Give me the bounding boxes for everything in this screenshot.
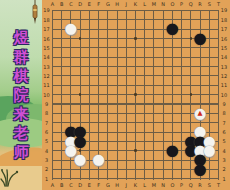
board-cell-F11[interactable] <box>94 81 103 90</box>
board-cell-S12[interactable] <box>205 71 214 80</box>
board-cell-E6[interactable] <box>85 127 94 136</box>
board-cell-E10[interactable] <box>85 90 94 99</box>
board-cell-H10[interactable] <box>112 90 121 99</box>
board-cell-P9[interactable] <box>177 99 186 108</box>
board-cell-B13[interactable] <box>57 62 66 71</box>
board-cell-K12[interactable] <box>131 71 140 80</box>
board-cell-O19[interactable] <box>168 6 177 15</box>
board-cell-L3[interactable] <box>140 155 149 164</box>
board-cell-A2[interactable] <box>48 165 57 174</box>
board-cell-R18[interactable] <box>195 15 204 24</box>
board-cell-F16[interactable] <box>94 34 103 43</box>
board-cell-J8[interactable] <box>122 109 131 118</box>
board-cell-B3[interactable] <box>57 155 66 164</box>
board-cell-A12[interactable] <box>48 71 57 80</box>
board-cell-F18[interactable] <box>94 15 103 24</box>
board-cell-R16[interactable]: ● <box>195 34 204 43</box>
board-cell-M4[interactable] <box>149 146 158 155</box>
board-cell-G12[interactable] <box>103 71 112 80</box>
board-cell-L11[interactable] <box>140 81 149 90</box>
board-cell-E8[interactable] <box>85 109 94 118</box>
board-cell-G11[interactable] <box>103 81 112 90</box>
board-cell-R12[interactable] <box>195 71 204 80</box>
board-cell-L9[interactable] <box>140 99 149 108</box>
board-cell-J19[interactable] <box>122 6 131 15</box>
board-cell-H2[interactable] <box>112 165 121 174</box>
board-cell-J16[interactable] <box>122 34 131 43</box>
board-cell-L18[interactable] <box>140 15 149 24</box>
board-cell-M12[interactable] <box>149 71 158 80</box>
board-cell-O16[interactable] <box>168 34 177 43</box>
board-cell-D11[interactable] <box>76 81 85 90</box>
board-cell-A14[interactable] <box>48 53 57 62</box>
board-cell-M14[interactable] <box>149 53 158 62</box>
board-cell-H16[interactable] <box>112 34 121 43</box>
board-cell-R14[interactable] <box>195 53 204 62</box>
board-cell-G8[interactable] <box>103 109 112 118</box>
board-cell-G14[interactable] <box>103 53 112 62</box>
board-cell-M9[interactable] <box>149 99 158 108</box>
board-cell-K15[interactable] <box>131 43 140 52</box>
board-cell-E19[interactable] <box>85 6 94 15</box>
board-cell-M2[interactable] <box>149 165 158 174</box>
board-cell-O3[interactable] <box>168 155 177 164</box>
board-cell-H19[interactable] <box>112 6 121 15</box>
board-cell-F10[interactable] <box>94 90 103 99</box>
board-cell-H8[interactable] <box>112 109 121 118</box>
board-cell-O8[interactable] <box>168 109 177 118</box>
board-cell-C16[interactable] <box>66 34 75 43</box>
board-cell-E15[interactable] <box>85 43 94 52</box>
board-cell-K18[interactable] <box>131 15 140 24</box>
board-cell-N15[interactable] <box>159 43 168 52</box>
board-cell-M10[interactable] <box>149 90 158 99</box>
board-cell-A3[interactable] <box>48 155 57 164</box>
board-cell-K13[interactable] <box>131 62 140 71</box>
board-cell-C14[interactable] <box>66 53 75 62</box>
board-cell-F7[interactable] <box>94 118 103 127</box>
board-cell-F17[interactable] <box>94 24 103 33</box>
board-cell-F14[interactable] <box>94 53 103 62</box>
board-cell-A8[interactable] <box>48 109 57 118</box>
board-cell-J17[interactable] <box>122 24 131 33</box>
board-cell-N10[interactable] <box>159 90 168 99</box>
board-cell-J13[interactable] <box>122 62 131 71</box>
board-cell-Q18[interactable] <box>186 15 195 24</box>
board-cell-A18[interactable] <box>48 15 57 24</box>
board-cell-F3[interactable]: ● <box>94 155 103 164</box>
board-cell-M11[interactable] <box>149 81 158 90</box>
board-cell-O7[interactable] <box>168 118 177 127</box>
board-cell-T13[interactable] <box>214 62 223 71</box>
board-cell-N12[interactable] <box>159 71 168 80</box>
board-cell-T12[interactable] <box>214 71 223 80</box>
board-cell-P14[interactable] <box>177 53 186 62</box>
board-cell-L14[interactable] <box>140 53 149 62</box>
board-cell-O6[interactable] <box>168 127 177 136</box>
board-cell-M18[interactable] <box>149 15 158 24</box>
board-cell-L12[interactable] <box>140 71 149 80</box>
board-cell-J11[interactable] <box>122 81 131 90</box>
board-cell-T16[interactable] <box>214 34 223 43</box>
board-cell-L5[interactable] <box>140 137 149 146</box>
board-cell-F5[interactable] <box>94 137 103 146</box>
board-cell-O9[interactable] <box>168 99 177 108</box>
board-cell-H1[interactable] <box>112 174 121 183</box>
board-cell-O12[interactable] <box>168 71 177 80</box>
board-cell-J7[interactable] <box>122 118 131 127</box>
board-cell-C10[interactable] <box>66 90 75 99</box>
board-cell-P8[interactable] <box>177 109 186 118</box>
board-cell-O2[interactable] <box>168 165 177 174</box>
board-cell-E2[interactable] <box>85 165 94 174</box>
board-cell-B12[interactable] <box>57 71 66 80</box>
board-cell-N16[interactable] <box>159 34 168 43</box>
board-cell-F9[interactable] <box>94 99 103 108</box>
board-cell-L8[interactable] <box>140 109 149 118</box>
board-cell-Q13[interactable] <box>186 62 195 71</box>
board-cell-A15[interactable] <box>48 43 57 52</box>
board-cell-D13[interactable] <box>76 62 85 71</box>
board-cell-J6[interactable] <box>122 127 131 136</box>
board-cell-K3[interactable] <box>131 155 140 164</box>
board-cell-O1[interactable] <box>168 174 177 183</box>
board-cell-D2[interactable] <box>76 165 85 174</box>
board-cell-S14[interactable] <box>205 53 214 62</box>
board-cell-B2[interactable] <box>57 165 66 174</box>
board-cell-G7[interactable] <box>103 118 112 127</box>
board-cell-J18[interactable] <box>122 15 131 24</box>
board-cell-T15[interactable] <box>214 43 223 52</box>
board-cell-S19[interactable] <box>205 6 214 15</box>
board-cell-N3[interactable] <box>159 155 168 164</box>
board-cell-K2[interactable] <box>131 165 140 174</box>
board-cell-T2[interactable] <box>214 165 223 174</box>
board-cell-E1[interactable] <box>85 174 94 183</box>
board-cell-F2[interactable] <box>94 165 103 174</box>
board-cell-S16[interactable] <box>205 34 214 43</box>
board-cell-M19[interactable] <box>149 6 158 15</box>
board-cell-B8[interactable] <box>57 109 66 118</box>
board-cell-B1[interactable] <box>57 174 66 183</box>
board-cell-T7[interactable] <box>214 118 223 127</box>
board-cell-Q12[interactable] <box>186 71 195 80</box>
board-cell-N13[interactable] <box>159 62 168 71</box>
board-cell-T1[interactable] <box>214 174 223 183</box>
board-cell-E7[interactable] <box>85 118 94 127</box>
board-cell-R15[interactable] <box>195 43 204 52</box>
board-cell-K16[interactable] <box>131 34 140 43</box>
board-cell-E16[interactable] <box>85 34 94 43</box>
board-cell-J1[interactable] <box>122 174 131 183</box>
board-cell-Q10[interactable] <box>186 90 195 99</box>
board-cell-D12[interactable] <box>76 71 85 80</box>
board-cell-J2[interactable] <box>122 165 131 174</box>
board-cell-G10[interactable] <box>103 90 112 99</box>
board-cell-A13[interactable] <box>48 62 57 71</box>
board-cell-F12[interactable] <box>94 71 103 80</box>
board-cell-M17[interactable] <box>149 24 158 33</box>
board-cell-P3[interactable] <box>177 155 186 164</box>
board-cell-D16[interactable] <box>76 34 85 43</box>
board-cell-F13[interactable] <box>94 62 103 71</box>
board-cell-K1[interactable] <box>131 174 140 183</box>
board-cell-S1[interactable] <box>205 174 214 183</box>
board-cell-D14[interactable] <box>76 53 85 62</box>
board-cell-H14[interactable] <box>112 53 121 62</box>
board-cell-D17[interactable] <box>76 24 85 33</box>
board-cell-O14[interactable] <box>168 53 177 62</box>
board-cell-D19[interactable] <box>76 6 85 15</box>
board-cell-P16[interactable] <box>177 34 186 43</box>
board-cell-J9[interactable] <box>122 99 131 108</box>
board-cell-F6[interactable] <box>94 127 103 136</box>
board-cell-H7[interactable] <box>112 118 121 127</box>
board-cell-B14[interactable] <box>57 53 66 62</box>
board-cell-A10[interactable] <box>48 90 57 99</box>
board-cell-C8[interactable] <box>66 109 75 118</box>
board-cell-H5[interactable] <box>112 137 121 146</box>
board-cell-N11[interactable] <box>159 81 168 90</box>
board-cell-A19[interactable] <box>48 6 57 15</box>
board-cell-C11[interactable] <box>66 81 75 90</box>
board-cell-L1[interactable] <box>140 174 149 183</box>
board-cell-J5[interactable] <box>122 137 131 146</box>
board-cell-P17[interactable] <box>177 24 186 33</box>
board-cell-A5[interactable] <box>48 137 57 146</box>
board-cell-D8[interactable] <box>76 109 85 118</box>
board-cell-N9[interactable] <box>159 99 168 108</box>
board-cell-D9[interactable] <box>76 99 85 108</box>
board-cell-C9[interactable] <box>66 99 75 108</box>
board-cell-M6[interactable] <box>149 127 158 136</box>
board-cell-O4[interactable]: ● <box>168 146 177 155</box>
board-cell-C13[interactable] <box>66 62 75 71</box>
board-cell-B11[interactable] <box>57 81 66 90</box>
board-cell-P7[interactable] <box>177 118 186 127</box>
board-cell-L15[interactable] <box>140 43 149 52</box>
board-cell-C19[interactable] <box>66 6 75 15</box>
board-cell-P1[interactable] <box>177 174 186 183</box>
board-cell-G2[interactable] <box>103 165 112 174</box>
board-cell-Q15[interactable] <box>186 43 195 52</box>
board-cell-B10[interactable] <box>57 90 66 99</box>
board-cell-O13[interactable] <box>168 62 177 71</box>
board-cell-C12[interactable] <box>66 71 75 80</box>
board-cell-S15[interactable] <box>205 43 214 52</box>
board-cell-P12[interactable] <box>177 71 186 80</box>
board-cell-Q1[interactable] <box>186 174 195 183</box>
board-cell-D10[interactable] <box>76 90 85 99</box>
board-cell-K19[interactable] <box>131 6 140 15</box>
board-cell-F19[interactable] <box>94 6 103 15</box>
board-cell-L6[interactable] <box>140 127 149 136</box>
board-cell-L17[interactable] <box>140 24 149 33</box>
board-cell-E9[interactable] <box>85 99 94 108</box>
board-cell-H4[interactable] <box>112 146 121 155</box>
board-cell-A1[interactable] <box>48 174 57 183</box>
board-cell-A6[interactable] <box>48 127 57 136</box>
board-cell-J15[interactable] <box>122 43 131 52</box>
board-cell-K17[interactable] <box>131 24 140 33</box>
board-cell-C2[interactable] <box>66 165 75 174</box>
board-cell-K5[interactable] <box>131 137 140 146</box>
board-cell-P19[interactable] <box>177 6 186 15</box>
board-cell-N8[interactable] <box>159 109 168 118</box>
board-cell-T9[interactable] <box>214 99 223 108</box>
board-cell-G15[interactable] <box>103 43 112 52</box>
board-cell-L10[interactable] <box>140 90 149 99</box>
board-cell-K14[interactable] <box>131 53 140 62</box>
board-cell-B19[interactable] <box>57 6 66 15</box>
board-cell-K11[interactable] <box>131 81 140 90</box>
board-cell-R8[interactable]: ●▲ <box>195 109 204 118</box>
board-cell-M16[interactable] <box>149 34 158 43</box>
board-cell-E11[interactable] <box>85 81 94 90</box>
board-cell-T14[interactable] <box>214 53 223 62</box>
board-cell-K6[interactable] <box>131 127 140 136</box>
board-cell-T17[interactable] <box>214 24 223 33</box>
board-cell-N1[interactable] <box>159 174 168 183</box>
board-cell-P11[interactable] <box>177 81 186 90</box>
board-cell-O11[interactable] <box>168 81 177 90</box>
board-cell-N14[interactable] <box>159 53 168 62</box>
board-cell-N6[interactable] <box>159 127 168 136</box>
board-cell-T8[interactable] <box>214 109 223 118</box>
board-cell-A4[interactable] <box>48 146 57 155</box>
board-cell-N19[interactable] <box>159 6 168 15</box>
board-cell-L2[interactable] <box>140 165 149 174</box>
board-cell-G5[interactable] <box>103 137 112 146</box>
board-cell-S8[interactable] <box>205 109 214 118</box>
board-cell-G16[interactable] <box>103 34 112 43</box>
board-cell-R1[interactable] <box>195 174 204 183</box>
board-cell-J3[interactable] <box>122 155 131 164</box>
board-cell-M3[interactable] <box>149 155 158 164</box>
board-cell-S18[interactable] <box>205 15 214 24</box>
board-cell-T19[interactable] <box>214 6 223 15</box>
board-cell-K4[interactable] <box>131 146 140 155</box>
board-cell-K8[interactable] <box>131 109 140 118</box>
board-cell-A17[interactable] <box>48 24 57 33</box>
board-cell-H17[interactable] <box>112 24 121 33</box>
board-cell-F8[interactable] <box>94 109 103 118</box>
board-cell-P2[interactable] <box>177 165 186 174</box>
board-cell-H15[interactable] <box>112 43 121 52</box>
board-cell-Q19[interactable] <box>186 6 195 15</box>
board-cell-A9[interactable] <box>48 99 57 108</box>
board-cell-A11[interactable] <box>48 81 57 90</box>
board-cell-Q14[interactable] <box>186 53 195 62</box>
board-cell-R2[interactable]: ● <box>195 165 204 174</box>
board-cell-O10[interactable] <box>168 90 177 99</box>
board-cell-J4[interactable] <box>122 146 131 155</box>
board-cell-S10[interactable] <box>205 90 214 99</box>
board-cell-M15[interactable] <box>149 43 158 52</box>
board-cell-D3[interactable]: ● <box>76 155 85 164</box>
board-cell-G13[interactable] <box>103 62 112 71</box>
board-cell-C1[interactable] <box>66 174 75 183</box>
board-cell-F1[interactable] <box>94 174 103 183</box>
board-cell-D1[interactable] <box>76 174 85 183</box>
board-cell-R13[interactable] <box>195 62 204 71</box>
board-cell-P13[interactable] <box>177 62 186 71</box>
board-cell-M7[interactable] <box>149 118 158 127</box>
board-cell-L4[interactable] <box>140 146 149 155</box>
board-cell-C15[interactable] <box>66 43 75 52</box>
board-cell-P10[interactable] <box>177 90 186 99</box>
board-cell-H13[interactable] <box>112 62 121 71</box>
board-cell-B9[interactable] <box>57 99 66 108</box>
board-cell-K9[interactable] <box>131 99 140 108</box>
board-cell-K10[interactable] <box>131 90 140 99</box>
board-cell-G17[interactable] <box>103 24 112 33</box>
board-cell-G9[interactable] <box>103 99 112 108</box>
board-cell-R10[interactable] <box>195 90 204 99</box>
board-cell-E13[interactable] <box>85 62 94 71</box>
board-cell-S2[interactable] <box>205 165 214 174</box>
board-cell-J12[interactable] <box>122 71 131 80</box>
board-cell-D15[interactable] <box>76 43 85 52</box>
board-cell-H18[interactable] <box>112 15 121 24</box>
board-cell-T18[interactable] <box>214 15 223 24</box>
board-cell-H9[interactable] <box>112 99 121 108</box>
board-cell-B16[interactable] <box>57 34 66 43</box>
board-cell-O17[interactable]: ● <box>168 24 177 33</box>
board-cell-A7[interactable] <box>48 118 57 127</box>
board-cell-J10[interactable] <box>122 90 131 99</box>
board-cell-G3[interactable] <box>103 155 112 164</box>
board-cell-P15[interactable] <box>177 43 186 52</box>
board-cell-R19[interactable] <box>195 6 204 15</box>
board-cell-N2[interactable] <box>159 165 168 174</box>
board-cell-L16[interactable] <box>140 34 149 43</box>
board-cell-O15[interactable] <box>168 43 177 52</box>
board-cell-S13[interactable] <box>205 62 214 71</box>
board-cell-F15[interactable] <box>94 43 103 52</box>
board-cell-M5[interactable] <box>149 137 158 146</box>
board-cell-T4[interactable] <box>214 146 223 155</box>
board-cell-G19[interactable] <box>103 6 112 15</box>
board-cell-G1[interactable] <box>103 174 112 183</box>
board-cell-T10[interactable] <box>214 90 223 99</box>
board-cell-H3[interactable] <box>112 155 121 164</box>
board-cell-G6[interactable] <box>103 127 112 136</box>
board-cell-K7[interactable] <box>131 118 140 127</box>
board-cell-S11[interactable] <box>205 81 214 90</box>
board-cell-L19[interactable] <box>140 6 149 15</box>
board-cell-B15[interactable] <box>57 43 66 52</box>
board-cell-L7[interactable] <box>140 118 149 127</box>
board-cell-M13[interactable] <box>149 62 158 71</box>
board-cell-Q11[interactable] <box>186 81 195 90</box>
board-cell-M1[interactable] <box>149 174 158 183</box>
board-cell-J14[interactable] <box>122 53 131 62</box>
board-cell-H11[interactable] <box>112 81 121 90</box>
board-cell-H12[interactable] <box>112 71 121 80</box>
board-cell-M8[interactable] <box>149 109 158 118</box>
board-cell-E12[interactable] <box>85 71 94 80</box>
board-cell-G18[interactable] <box>103 15 112 24</box>
board-cell-E5[interactable] <box>85 137 94 146</box>
board-cell-T11[interactable] <box>214 81 223 90</box>
board-cell-N7[interactable] <box>159 118 168 127</box>
board-cell-E17[interactable] <box>85 24 94 33</box>
board-cell-R11[interactable] <box>195 81 204 90</box>
board-cell-C17[interactable]: ● <box>66 24 75 33</box>
board-cell-E14[interactable] <box>85 53 94 62</box>
board-cell-E18[interactable] <box>85 15 94 24</box>
